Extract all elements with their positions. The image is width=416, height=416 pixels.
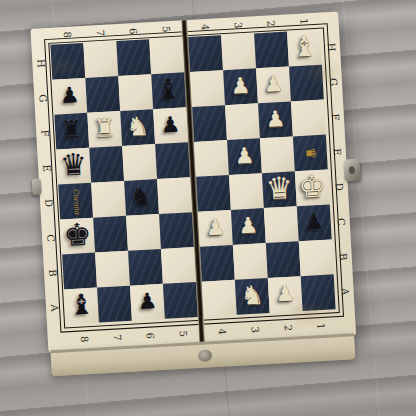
rank-label-bottom-3: 3 bbox=[247, 322, 262, 337]
square-h4[interactable] bbox=[188, 35, 223, 72]
square-c3[interactable]: ♟ bbox=[231, 208, 266, 245]
square-c5[interactable] bbox=[159, 212, 194, 249]
rank-label-bottom-7: 7 bbox=[109, 330, 124, 345]
square-b8[interactable] bbox=[62, 253, 97, 290]
piece-black-king-c8[interactable]: ♚ bbox=[63, 215, 93, 252]
square-h3[interactable] bbox=[221, 33, 256, 70]
chess-grid: ♝♟♝♟♟♜♜♞♟♟♛♟♛Corona♞♛♚♚♟♟♟♝♟♞♟ bbox=[50, 30, 335, 325]
square-b3[interactable] bbox=[233, 243, 268, 280]
piece-white-pawn-a2[interactable]: ♟ bbox=[275, 280, 296, 306]
piece-black-rook-f8[interactable]: ♜ bbox=[60, 114, 84, 144]
corona-logo: Corona bbox=[71, 188, 80, 214]
square-d5[interactable] bbox=[157, 177, 192, 214]
piece-black-knight-d6[interactable]: ♞ bbox=[129, 180, 154, 211]
piece-black-bishop-g5[interactable]: ♝ bbox=[155, 72, 182, 106]
square-d4[interactable] bbox=[196, 175, 231, 212]
piece-black-pawn-c1[interactable]: ♟ bbox=[304, 208, 325, 234]
square-e6[interactable] bbox=[122, 144, 157, 181]
square-h7[interactable] bbox=[83, 41, 118, 78]
square-g3[interactable]: ♟ bbox=[223, 68, 258, 105]
piece-white-knight-f6[interactable]: ♞ bbox=[125, 110, 150, 141]
square-b7[interactable] bbox=[95, 251, 130, 288]
square-c7[interactable] bbox=[93, 216, 128, 253]
square-d8[interactable]: Corona bbox=[58, 183, 93, 220]
square-h5[interactable] bbox=[149, 37, 184, 74]
fold-hinge bbox=[198, 349, 213, 362]
square-e3[interactable]: ♟ bbox=[227, 138, 262, 175]
square-b6[interactable] bbox=[128, 249, 163, 286]
square-e1[interactable]: ♛ bbox=[293, 135, 328, 172]
piece-black-pawn-g8[interactable]: ♟ bbox=[59, 82, 80, 108]
piece-white-pawn-c4[interactable]: ♟ bbox=[205, 214, 226, 240]
square-d6[interactable]: ♞ bbox=[124, 179, 159, 216]
square-h6[interactable] bbox=[116, 39, 151, 76]
square-h1[interactable]: ♝ bbox=[287, 30, 322, 67]
square-a7[interactable] bbox=[97, 286, 132, 323]
square-b4[interactable] bbox=[200, 245, 235, 282]
board-face: ♝♟♝♟♟♜♜♞♟♟♛♟♛Corona♞♛♚♚♟♟♟♝♟♞♟ 88HH77GG6… bbox=[30, 12, 356, 353]
square-f2[interactable]: ♟ bbox=[258, 101, 293, 138]
square-g6[interactable] bbox=[118, 74, 153, 111]
rank-label-bottom-6: 6 bbox=[142, 328, 157, 343]
rank-label-bottom-4: 4 bbox=[214, 324, 229, 339]
crown-emblem: ♛ bbox=[303, 147, 319, 159]
square-a3[interactable]: ♞ bbox=[235, 278, 270, 315]
square-h8[interactable] bbox=[50, 43, 85, 80]
metal-clasp-left bbox=[32, 179, 42, 195]
square-b1[interactable] bbox=[299, 239, 334, 276]
metal-clasp-right bbox=[343, 159, 360, 182]
rank-label-bottom-2: 2 bbox=[280, 321, 295, 336]
square-d2[interactable]: ♛ bbox=[262, 171, 297, 208]
piece-white-pawn-g3[interactable]: ♟ bbox=[230, 72, 251, 98]
square-a8[interactable]: ♝ bbox=[64, 288, 99, 325]
piece-black-pawn-f5[interactable]: ♟ bbox=[160, 111, 181, 137]
square-e4[interactable] bbox=[194, 140, 229, 177]
piece-white-king-d1[interactable]: ♚ bbox=[297, 167, 327, 204]
piece-black-queen-e8[interactable]: ♛ bbox=[59, 146, 88, 182]
square-b2[interactable] bbox=[266, 241, 301, 278]
square-c6[interactable] bbox=[126, 214, 161, 251]
square-d1[interactable]: ♚ bbox=[295, 169, 330, 206]
square-e8[interactable]: ♛ bbox=[56, 148, 91, 185]
square-f3[interactable] bbox=[225, 103, 260, 140]
square-c2[interactable] bbox=[264, 206, 299, 243]
square-g1[interactable] bbox=[289, 65, 324, 102]
square-c8[interactable]: ♚ bbox=[60, 218, 95, 255]
square-a5[interactable] bbox=[163, 282, 198, 319]
square-g8[interactable]: ♟ bbox=[52, 78, 87, 115]
square-f6[interactable]: ♞ bbox=[120, 109, 155, 146]
square-f7[interactable]: ♜ bbox=[87, 111, 122, 148]
square-g5[interactable]: ♝ bbox=[151, 72, 186, 109]
piece-white-pawn-c3[interactable]: ♟ bbox=[238, 212, 259, 238]
square-d7[interactable] bbox=[91, 181, 126, 218]
rank-label-bottom-1: 1 bbox=[313, 319, 328, 334]
piece-white-bishop-h1[interactable]: ♝ bbox=[291, 29, 318, 63]
piece-white-pawn-f2[interactable]: ♟ bbox=[265, 105, 286, 131]
square-e7[interactable] bbox=[89, 146, 124, 183]
square-h2[interactable] bbox=[254, 32, 289, 69]
piece-white-queen-d2[interactable]: ♛ bbox=[265, 169, 294, 205]
square-c1[interactable]: ♟ bbox=[297, 204, 332, 241]
rank-label-bottom-5: 5 bbox=[175, 326, 190, 341]
square-f4[interactable] bbox=[192, 105, 227, 142]
piece-white-rook-f7[interactable]: ♜ bbox=[93, 113, 117, 143]
square-f8[interactable]: ♜ bbox=[54, 113, 89, 150]
square-a1[interactable] bbox=[301, 274, 336, 311]
chess-board-box: ♝♟♝♟♟♜♜♞♟♟♛♟♛Corona♞♛♚♚♟♟♟♝♟♞♟ 88HH77GG6… bbox=[30, 12, 357, 379]
piece-white-pawn-g2[interactable]: ♟ bbox=[263, 70, 284, 96]
rank-label-bottom-8: 8 bbox=[76, 332, 91, 347]
square-b5[interactable] bbox=[161, 247, 196, 284]
square-g2[interactable]: ♟ bbox=[256, 66, 291, 103]
square-a2[interactable]: ♟ bbox=[268, 276, 303, 313]
square-a6[interactable]: ♟ bbox=[130, 284, 165, 321]
piece-black-bishop-a8[interactable]: ♝ bbox=[68, 287, 95, 321]
piece-white-knight-a3[interactable]: ♞ bbox=[240, 279, 265, 310]
square-f1[interactable] bbox=[291, 100, 326, 137]
square-d3[interactable] bbox=[229, 173, 264, 210]
piece-white-pawn-e3[interactable]: ♟ bbox=[234, 142, 255, 168]
square-f5[interactable]: ♟ bbox=[153, 107, 188, 144]
square-a4[interactable] bbox=[202, 280, 237, 317]
square-g7[interactable] bbox=[85, 76, 120, 113]
square-e5[interactable] bbox=[155, 142, 190, 179]
square-e2[interactable] bbox=[260, 136, 295, 173]
piece-black-pawn-a6[interactable]: ♟ bbox=[137, 288, 158, 314]
square-g4[interactable] bbox=[190, 70, 225, 107]
square-c4[interactable]: ♟ bbox=[198, 210, 233, 247]
